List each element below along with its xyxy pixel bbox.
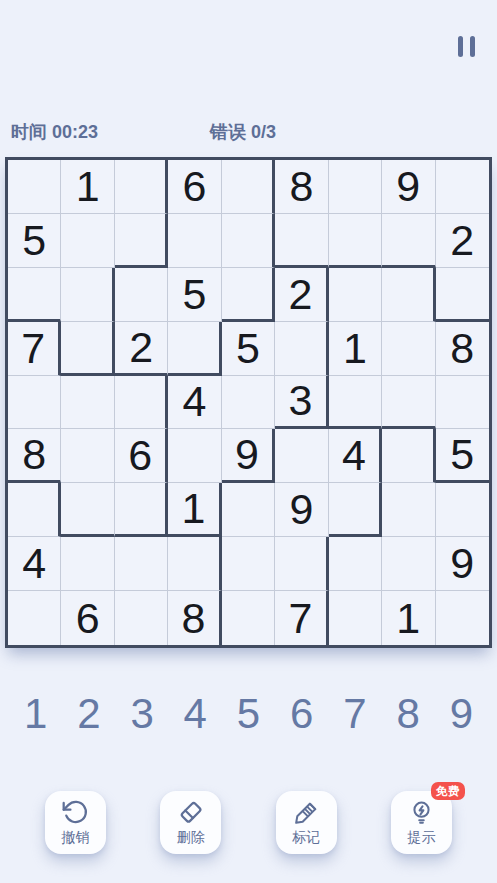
sudoku-cell-r5c9[interactable] <box>436 376 489 430</box>
sudoku-cell-r2c3[interactable] <box>115 214 168 268</box>
errors-value: 0/3 <box>251 122 276 142</box>
hint-bulb-icon <box>408 798 435 826</box>
sudoku-cell-r8c9[interactable]: 9 <box>436 537 489 591</box>
sudoku-cell-r5c3[interactable] <box>115 376 168 430</box>
sudoku-cell-r5c1[interactable] <box>8 376 61 430</box>
sudoku-cell-r1c3[interactable] <box>115 160 168 214</box>
sudoku-cell-r1c8[interactable]: 9 <box>382 160 435 214</box>
sudoku-cell-r7c1[interactable] <box>8 483 61 537</box>
sudoku-cell-r9c1[interactable] <box>8 591 61 645</box>
sudoku-cell-r4c8[interactable] <box>382 322 435 376</box>
numpad-digit-8[interactable]: 8 <box>396 690 419 738</box>
mark-button[interactable]: 标记 <box>276 791 337 854</box>
undo-icon <box>62 798 89 826</box>
sudoku-cell-r1c1[interactable] <box>8 160 61 214</box>
numpad-digit-3[interactable]: 3 <box>130 690 153 738</box>
sudoku-cell-r7c8[interactable] <box>382 483 435 537</box>
numpad-digit-7[interactable]: 7 <box>343 690 366 738</box>
sudoku-cell-r7c4[interactable]: 1 <box>168 483 221 537</box>
free-badge: 免费 <box>431 782 465 800</box>
sudoku-cell-r9c7[interactable] <box>329 591 382 645</box>
numpad-digit-9[interactable]: 9 <box>450 690 473 738</box>
sudoku-cell-r8c6[interactable] <box>275 537 328 591</box>
sudoku-cell-r3c2[interactable] <box>61 268 114 322</box>
toolbar: 撤销 删除 标记 免费 <box>0 791 497 854</box>
status-bar: 时间00:23 错误0/3 <box>0 120 497 142</box>
sudoku-cell-r9c6[interactable]: 7 <box>275 591 328 645</box>
sudoku-cell-r8c5[interactable] <box>222 537 275 591</box>
sudoku-cell-r6c3[interactable]: 6 <box>115 429 168 483</box>
sudoku-cell-r4c4[interactable] <box>168 322 221 376</box>
sudoku-cell-r9c9[interactable] <box>436 591 489 645</box>
sudoku-cell-r5c2[interactable] <box>61 376 114 430</box>
sudoku-cell-r2c2[interactable] <box>61 214 114 268</box>
sudoku-cell-r5c8[interactable] <box>382 376 435 430</box>
pause-icon <box>470 36 475 57</box>
sudoku-cell-r3c7[interactable] <box>329 268 382 322</box>
sudoku-cell-r3c4[interactable]: 5 <box>168 268 221 322</box>
mark-label: 标记 <box>292 829 320 847</box>
sudoku-cell-r9c3[interactable] <box>115 591 168 645</box>
sudoku-cell-r6c5[interactable]: 9 <box>222 429 275 483</box>
sudoku-cell-r1c4[interactable]: 6 <box>168 160 221 214</box>
sudoku-cell-r5c7[interactable] <box>329 376 382 430</box>
sudoku-cell-r6c8[interactable] <box>382 429 435 483</box>
sudoku-cell-r2c1[interactable]: 5 <box>8 214 61 268</box>
sudoku-cell-r6c2[interactable] <box>61 429 114 483</box>
numpad-digit-4[interactable]: 4 <box>184 690 207 738</box>
number-pad: 1 2 3 4 5 6 7 8 9 <box>0 690 497 738</box>
sudoku-cell-r2c4[interactable] <box>168 214 221 268</box>
sudoku-cell-r7c3[interactable] <box>115 483 168 537</box>
numpad-digit-1[interactable]: 1 <box>24 690 47 738</box>
sudoku-cell-r2c5[interactable] <box>222 214 275 268</box>
sudoku-cell-r8c2[interactable] <box>61 537 114 591</box>
sudoku-cell-r7c5[interactable] <box>222 483 275 537</box>
sudoku-cell-r7c7[interactable] <box>329 483 382 537</box>
sudoku-cell-r1c2[interactable]: 1 <box>61 160 114 214</box>
sudoku-cell-r8c4[interactable] <box>168 537 221 591</box>
sudoku-cell-r1c5[interactable] <box>222 160 275 214</box>
pause-icon <box>458 36 463 57</box>
sudoku-cell-r8c3[interactable] <box>115 537 168 591</box>
time-display: 时间00:23 <box>11 120 98 144</box>
sudoku-cell-r3c9[interactable] <box>436 268 489 322</box>
numpad-digit-5[interactable]: 5 <box>237 690 260 738</box>
sudoku-cell-r9c5[interactable] <box>222 591 275 645</box>
sudoku-cell-r2c9[interactable]: 2 <box>436 214 489 268</box>
sudoku-cell-r9c2[interactable]: 6 <box>61 591 114 645</box>
undo-label: 撤销 <box>62 829 90 847</box>
sudoku-cell-r6c6[interactable] <box>275 429 328 483</box>
sudoku-cell-r4c3[interactable]: 2 <box>115 322 168 376</box>
sudoku-cell-r3c8[interactable] <box>382 268 435 322</box>
numpad-digit-2[interactable]: 2 <box>77 690 100 738</box>
sudoku-cell-r6c1[interactable]: 8 <box>8 429 61 483</box>
sudoku-cell-r1c6[interactable]: 8 <box>275 160 328 214</box>
sudoku-cell-r4c1[interactable]: 7 <box>8 322 61 376</box>
sudoku-cell-r8c7[interactable] <box>329 537 382 591</box>
pause-button[interactable] <box>453 36 479 58</box>
sudoku-cell-r4c5[interactable]: 5 <box>222 322 275 376</box>
errors-label: 错误 <box>210 122 246 142</box>
sudoku-cell-r3c1[interactable] <box>8 268 61 322</box>
sudoku-cell-r2c8[interactable] <box>382 214 435 268</box>
eraser-icon <box>177 798 204 826</box>
time-label: 时间 <box>11 122 47 142</box>
sudoku-cell-r2c7[interactable] <box>329 214 382 268</box>
sudoku-cell-r4c6[interactable] <box>275 322 328 376</box>
sudoku-board: 1689525272518438694519496871 <box>5 157 492 648</box>
sudoku-cell-r7c2[interactable] <box>61 483 114 537</box>
undo-button[interactable]: 撤销 <box>45 791 106 854</box>
sudoku-cell-r5c4[interactable]: 4 <box>168 376 221 430</box>
sudoku-cell-r3c5[interactable] <box>222 268 275 322</box>
sudoku-cell-r1c7[interactable] <box>329 160 382 214</box>
sudoku-cell-r6c9[interactable]: 5 <box>436 429 489 483</box>
time-value: 00:23 <box>52 122 98 142</box>
sudoku-cell-r3c3[interactable] <box>115 268 168 322</box>
sudoku-cell-r5c6[interactable]: 3 <box>275 376 328 430</box>
delete-label: 删除 <box>177 829 205 847</box>
pencil-icon <box>293 798 320 826</box>
sudoku-cell-r7c6[interactable]: 9 <box>275 483 328 537</box>
sudoku-cell-r5c5[interactable] <box>222 376 275 430</box>
sudoku-cell-r7c9[interactable] <box>436 483 489 537</box>
sudoku-cell-r6c4[interactable] <box>168 429 221 483</box>
sudoku-cell-r4c9[interactable]: 8 <box>436 322 489 376</box>
errors-display: 错误0/3 <box>210 120 276 144</box>
delete-button[interactable]: 删除 <box>160 791 221 854</box>
sudoku-cell-r4c2[interactable] <box>61 322 114 376</box>
sudoku-cell-r9c8[interactable]: 1 <box>382 591 435 645</box>
sudoku-cell-r3c6[interactable]: 2 <box>275 268 328 322</box>
sudoku-cell-r1c9[interactable] <box>436 160 489 214</box>
sudoku-cell-r2c6[interactable] <box>275 214 328 268</box>
sudoku-cell-r6c7[interactable]: 4 <box>329 429 382 483</box>
hint-label: 提示 <box>407 829 435 847</box>
sudoku-cell-r8c8[interactable] <box>382 537 435 591</box>
sudoku-cell-r4c7[interactable]: 1 <box>329 322 382 376</box>
sudoku-cell-r8c1[interactable]: 4 <box>8 537 61 591</box>
sudoku-cell-r9c4[interactable]: 8 <box>168 591 221 645</box>
numpad-digit-6[interactable]: 6 <box>290 690 313 738</box>
hint-button[interactable]: 免费 提示 <box>391 791 452 854</box>
